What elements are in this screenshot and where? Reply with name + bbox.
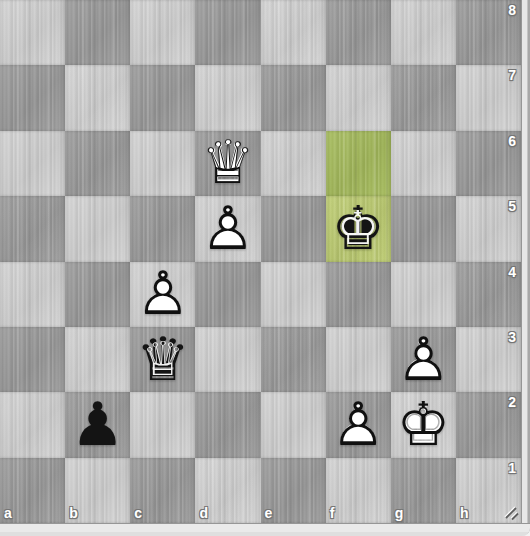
white-king-glyph: ♔: [396, 394, 450, 454]
square-e3[interactable]: [261, 327, 326, 392]
square-b7[interactable]: [65, 65, 130, 130]
square-g6[interactable]: [391, 131, 456, 196]
rank-label-6: 6: [508, 134, 516, 148]
square-h3[interactable]: 3: [456, 327, 521, 392]
board-frame-right-edge: [521, 0, 530, 536]
white-king-piece[interactable]: ♚♔: [391, 392, 456, 457]
square-h2[interactable]: 2: [456, 392, 521, 457]
square-b2[interactable]: ♟: [65, 392, 130, 457]
white-queen-glyph: ♕: [201, 132, 255, 192]
square-a2[interactable]: [0, 392, 65, 457]
square-f1[interactable]: f: [326, 458, 391, 523]
square-c3[interactable]: ♛♕: [130, 327, 195, 392]
square-a8[interactable]: [0, 0, 65, 65]
square-h4[interactable]: 4: [456, 262, 521, 327]
square-h6[interactable]: 6: [456, 131, 521, 196]
file-label-b: b: [69, 506, 78, 520]
rank-label-1: 1: [508, 461, 516, 475]
square-g8[interactable]: [391, 0, 456, 65]
white-pawn-piece[interactable]: ♟♙: [130, 262, 195, 327]
square-a7[interactable]: [0, 65, 65, 130]
square-a3[interactable]: [0, 327, 65, 392]
square-e7[interactable]: [261, 65, 326, 130]
square-h8[interactable]: 8: [456, 0, 521, 65]
square-d1[interactable]: d: [195, 458, 260, 523]
square-f5[interactable]: ♚♔: [326, 196, 391, 261]
file-label-h: h: [460, 506, 469, 520]
square-d8[interactable]: [195, 0, 260, 65]
square-c4[interactable]: ♟♙: [130, 262, 195, 327]
square-e8[interactable]: [261, 0, 326, 65]
white-pawn-glyph: ♙: [331, 394, 385, 454]
square-a4[interactable]: [0, 262, 65, 327]
black-pawn-piece[interactable]: ♟: [65, 392, 130, 457]
square-g3[interactable]: ♟♙: [391, 327, 456, 392]
white-pawn-piece[interactable]: ♟♙: [195, 196, 260, 261]
square-h1[interactable]: h1: [456, 458, 521, 523]
square-f3[interactable]: [326, 327, 391, 392]
white-queen-piece[interactable]: ♛♕: [195, 131, 260, 196]
square-g4[interactable]: [391, 262, 456, 327]
square-f6[interactable]: [326, 131, 391, 196]
rank-label-2: 2: [508, 395, 516, 409]
rank-label-3: 3: [508, 330, 516, 344]
file-label-g: g: [395, 506, 404, 520]
file-label-f: f: [330, 506, 335, 520]
black-queen-glyph-detail: ♕: [142, 335, 184, 382]
square-a1[interactable]: a: [0, 458, 65, 523]
rank-label-5: 5: [508, 199, 516, 213]
square-h7[interactable]: 7: [456, 65, 521, 130]
square-c6[interactable]: [130, 131, 195, 196]
square-e5[interactable]: [261, 196, 326, 261]
square-g7[interactable]: [391, 65, 456, 130]
black-king-piece[interactable]: ♚♔: [326, 196, 391, 261]
square-a5[interactable]: [0, 196, 65, 261]
square-g1[interactable]: g: [391, 458, 456, 523]
white-pawn-piece[interactable]: ♟♙: [391, 327, 456, 392]
white-pawn-glyph: ♙: [136, 263, 190, 323]
square-c5[interactable]: [130, 196, 195, 261]
file-label-a: a: [4, 506, 12, 520]
black-queen-piece[interactable]: ♛♕: [130, 327, 195, 392]
white-pawn-piece[interactable]: ♟♙: [326, 392, 391, 457]
square-d7[interactable]: [195, 65, 260, 130]
square-e4[interactable]: [261, 262, 326, 327]
square-e2[interactable]: [261, 392, 326, 457]
chess-board-window: 87♛♕6♟♙♚♔5♟♙4♛♕♟♙3♟♟♙♚♔2abcdefgh1: [0, 0, 530, 536]
square-c2[interactable]: [130, 392, 195, 457]
square-b1[interactable]: b: [65, 458, 130, 523]
white-pawn-glyph: ♙: [396, 328, 450, 388]
square-b8[interactable]: [65, 0, 130, 65]
square-d3[interactable]: [195, 327, 260, 392]
square-f4[interactable]: [326, 262, 391, 327]
square-b3[interactable]: [65, 327, 130, 392]
square-d2[interactable]: [195, 392, 260, 457]
square-f7[interactable]: [326, 65, 391, 130]
square-d6[interactable]: ♛♕: [195, 131, 260, 196]
file-label-e: e: [265, 506, 273, 520]
square-c8[interactable]: [130, 0, 195, 65]
file-label-c: c: [134, 506, 142, 520]
square-d4[interactable]: [195, 262, 260, 327]
rank-label-7: 7: [508, 68, 516, 82]
board-frame-bottom-edge: [0, 523, 530, 536]
square-f2[interactable]: ♟♙: [326, 392, 391, 457]
file-label-d: d: [199, 506, 208, 520]
rank-label-8: 8: [508, 3, 516, 17]
square-b5[interactable]: [65, 196, 130, 261]
square-b6[interactable]: [65, 131, 130, 196]
resize-handle-icon[interactable]: [502, 503, 520, 521]
square-h5[interactable]: 5: [456, 196, 521, 261]
white-pawn-glyph: ♙: [201, 198, 255, 258]
square-d5[interactable]: ♟♙: [195, 196, 260, 261]
square-c7[interactable]: [130, 65, 195, 130]
rank-label-4: 4: [508, 265, 516, 279]
square-b4[interactable]: [65, 262, 130, 327]
chess-board: 87♛♕6♟♙♚♔5♟♙4♛♕♟♙3♟♟♙♚♔2abcdefgh1: [0, 0, 521, 523]
square-e1[interactable]: e: [261, 458, 326, 523]
square-a6[interactable]: [0, 131, 65, 196]
black-king-glyph-detail: ♔: [337, 204, 379, 251]
square-f8[interactable]: [326, 0, 391, 65]
square-e6[interactable]: [261, 131, 326, 196]
black-pawn-glyph: ♟: [71, 394, 125, 454]
square-c1[interactable]: c: [130, 458, 195, 523]
square-g2[interactable]: ♚♔: [391, 392, 456, 457]
square-g5[interactable]: [391, 196, 456, 261]
